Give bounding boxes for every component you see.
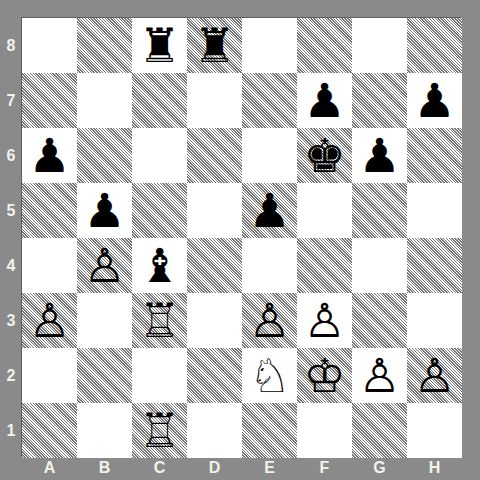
square-b6[interactable] bbox=[77, 128, 132, 183]
white-pawn[interactable]: ♙ bbox=[297, 293, 352, 348]
black-pawn[interactable]: ♟ bbox=[77, 183, 132, 238]
square-b7[interactable] bbox=[77, 73, 132, 128]
square-d6[interactable] bbox=[187, 128, 242, 183]
square-f6[interactable]: ♚ bbox=[297, 128, 352, 183]
square-e4[interactable] bbox=[242, 238, 297, 293]
square-d4[interactable] bbox=[187, 238, 242, 293]
square-d7[interactable] bbox=[187, 73, 242, 128]
square-e2[interactable]: ♘ bbox=[242, 348, 297, 403]
rank-label-3: 3 bbox=[0, 293, 22, 348]
rank-label-8: 8 bbox=[0, 18, 22, 73]
square-c3[interactable]: ♖ bbox=[132, 293, 187, 348]
square-h7[interactable]: ♟ bbox=[407, 73, 462, 128]
rank-label-7: 7 bbox=[0, 73, 22, 128]
square-f4[interactable] bbox=[297, 238, 352, 293]
black-pawn[interactable]: ♟ bbox=[352, 128, 407, 183]
square-c7[interactable] bbox=[132, 73, 187, 128]
white-pawn[interactable]: ♙ bbox=[22, 293, 77, 348]
black-pawn[interactable]: ♟ bbox=[22, 128, 77, 183]
square-c2[interactable] bbox=[132, 348, 187, 403]
square-g8[interactable] bbox=[352, 18, 407, 73]
square-d5[interactable] bbox=[187, 183, 242, 238]
square-h6[interactable] bbox=[407, 128, 462, 183]
black-pawn[interactable]: ♟ bbox=[407, 73, 462, 128]
file-label-d: D bbox=[187, 458, 242, 480]
square-g3[interactable] bbox=[352, 293, 407, 348]
square-d8[interactable]: ♜ bbox=[187, 18, 242, 73]
square-a2[interactable] bbox=[22, 348, 77, 403]
square-g7[interactable] bbox=[352, 73, 407, 128]
square-h8[interactable] bbox=[407, 18, 462, 73]
white-pawn[interactable]: ♙ bbox=[77, 238, 132, 293]
square-a5[interactable] bbox=[22, 183, 77, 238]
file-label-b: B bbox=[77, 458, 132, 480]
square-h2[interactable]: ♙ bbox=[407, 348, 462, 403]
square-f1[interactable] bbox=[297, 403, 352, 458]
square-h4[interactable] bbox=[407, 238, 462, 293]
white-knight[interactable]: ♘ bbox=[242, 348, 297, 403]
square-c5[interactable] bbox=[132, 183, 187, 238]
black-rook[interactable]: ♜ bbox=[132, 18, 187, 73]
rank-label-2: 2 bbox=[0, 348, 22, 403]
square-e5[interactable]: ♟ bbox=[242, 183, 297, 238]
square-b3[interactable] bbox=[77, 293, 132, 348]
square-a7[interactable] bbox=[22, 73, 77, 128]
rank-label-5: 5 bbox=[0, 183, 22, 238]
white-pawn[interactable]: ♙ bbox=[352, 348, 407, 403]
square-h5[interactable] bbox=[407, 183, 462, 238]
black-bishop[interactable]: ♝ bbox=[132, 238, 187, 293]
square-b2[interactable] bbox=[77, 348, 132, 403]
white-pawn[interactable]: ♙ bbox=[407, 348, 462, 403]
white-rook[interactable]: ♖ bbox=[132, 293, 187, 348]
square-f5[interactable] bbox=[297, 183, 352, 238]
square-e6[interactable] bbox=[242, 128, 297, 183]
square-a4[interactable] bbox=[22, 238, 77, 293]
square-f3[interactable]: ♙ bbox=[297, 293, 352, 348]
square-b5[interactable]: ♟ bbox=[77, 183, 132, 238]
file-label-e: E bbox=[242, 458, 297, 480]
square-b8[interactable] bbox=[77, 18, 132, 73]
square-g6[interactable]: ♟ bbox=[352, 128, 407, 183]
square-a8[interactable] bbox=[22, 18, 77, 73]
white-rook[interactable]: ♖ bbox=[132, 403, 187, 458]
square-a3[interactable]: ♙ bbox=[22, 293, 77, 348]
square-b4[interactable]: ♙ bbox=[77, 238, 132, 293]
square-g5[interactable] bbox=[352, 183, 407, 238]
square-a1[interactable] bbox=[22, 403, 77, 458]
square-c1[interactable]: ♖ bbox=[132, 403, 187, 458]
square-h3[interactable] bbox=[407, 293, 462, 348]
square-g4[interactable] bbox=[352, 238, 407, 293]
file-label-a: A bbox=[22, 458, 77, 480]
square-g1[interactable] bbox=[352, 403, 407, 458]
square-a6[interactable]: ♟ bbox=[22, 128, 77, 183]
file-label-c: C bbox=[132, 458, 187, 480]
square-c8[interactable]: ♜ bbox=[132, 18, 187, 73]
black-pawn[interactable]: ♟ bbox=[242, 183, 297, 238]
file-label-f: F bbox=[297, 458, 352, 480]
chess-diagram-frame: 87654321 ♜♜♟♟♟♚♟♟♟♙♝♙♖♙♙♘♔♙♙♖ ABCDEFGH bbox=[0, 0, 480, 480]
square-e1[interactable] bbox=[242, 403, 297, 458]
square-e7[interactable] bbox=[242, 73, 297, 128]
square-g2[interactable]: ♙ bbox=[352, 348, 407, 403]
black-rook[interactable]: ♜ bbox=[187, 18, 242, 73]
file-label-g: G bbox=[352, 458, 407, 480]
square-e3[interactable]: ♙ bbox=[242, 293, 297, 348]
black-pawn[interactable]: ♟ bbox=[297, 73, 352, 128]
square-f8[interactable] bbox=[297, 18, 352, 73]
white-pawn[interactable]: ♙ bbox=[242, 293, 297, 348]
rank-labels: 87654321 bbox=[0, 18, 22, 458]
square-f2[interactable]: ♔ bbox=[297, 348, 352, 403]
rank-label-4: 4 bbox=[0, 238, 22, 293]
file-labels: ABCDEFGH bbox=[22, 458, 462, 480]
square-d1[interactable] bbox=[187, 403, 242, 458]
square-d2[interactable] bbox=[187, 348, 242, 403]
chess-board: ♜♜♟♟♟♚♟♟♟♙♝♙♖♙♙♘♔♙♙♖ bbox=[22, 18, 462, 458]
square-b1[interactable] bbox=[77, 403, 132, 458]
file-label-h: H bbox=[407, 458, 462, 480]
square-d3[interactable] bbox=[187, 293, 242, 348]
square-e8[interactable] bbox=[242, 18, 297, 73]
black-king[interactable]: ♚ bbox=[297, 128, 352, 183]
square-c6[interactable] bbox=[132, 128, 187, 183]
rank-label-1: 1 bbox=[0, 403, 22, 458]
square-c4[interactable]: ♝ bbox=[132, 238, 187, 293]
square-f7[interactable]: ♟ bbox=[297, 73, 352, 128]
white-king[interactable]: ♔ bbox=[297, 348, 352, 403]
square-h1[interactable] bbox=[407, 403, 462, 458]
rank-label-6: 6 bbox=[0, 128, 22, 183]
